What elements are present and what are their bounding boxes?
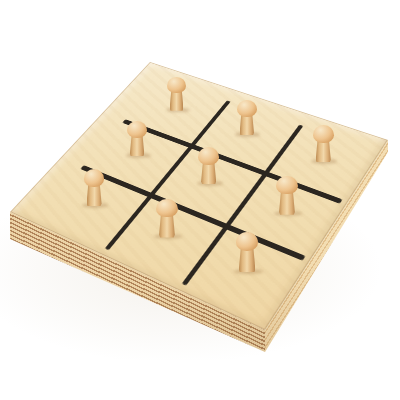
peg-body	[316, 140, 331, 162]
scene	[0, 0, 400, 400]
peg-knob	[237, 100, 257, 117]
peg-body	[87, 184, 102, 206]
peg-knob	[198, 147, 219, 165]
peg-knob	[156, 199, 178, 218]
peg-body	[240, 114, 254, 135]
peg-body	[239, 248, 256, 273]
peg-knob	[313, 125, 334, 143]
peg-r1c1[interactable]	[167, 77, 187, 111]
peg-body	[279, 191, 295, 214]
peg-r2c2[interactable]	[198, 147, 220, 184]
peg-knob	[236, 232, 259, 252]
peg-r3c3[interactable]	[235, 232, 259, 273]
peg-r2c3[interactable]	[276, 176, 299, 215]
peg-knob	[276, 176, 298, 195]
peg-body	[130, 135, 144, 156]
peg-r2c1[interactable]	[127, 121, 148, 157]
peg-r3c1[interactable]	[83, 169, 105, 206]
peg-r3c2[interactable]	[156, 199, 179, 238]
peg-r1c3[interactable]	[313, 125, 335, 162]
peg-body	[170, 90, 184, 110]
peg-body	[159, 214, 175, 237]
peg-r1c2[interactable]	[237, 100, 258, 136]
peg-knob	[84, 169, 105, 187]
peg-knob	[127, 121, 147, 138]
peg-body	[201, 162, 216, 184]
peg-knob	[167, 77, 186, 93]
